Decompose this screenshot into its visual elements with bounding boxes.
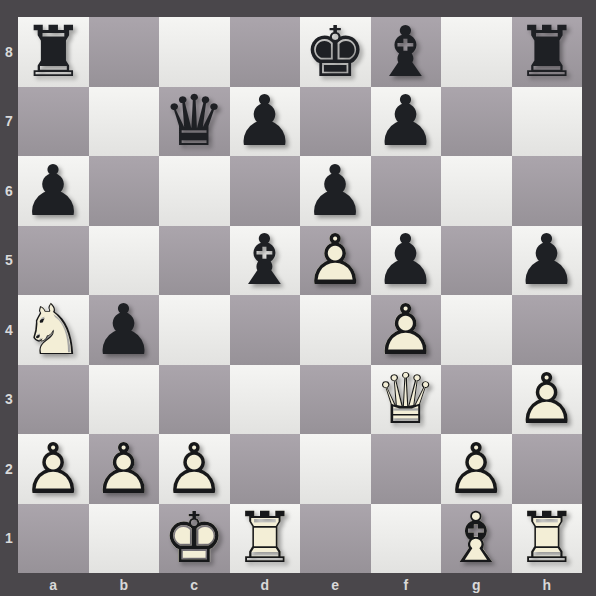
square-d5[interactable]: ♝ (230, 226, 301, 296)
square-c1[interactable]: ♚♔ (159, 504, 230, 574)
rank-label-6: 6 (0, 156, 18, 226)
square-c2[interactable]: ♟♙ (159, 434, 230, 504)
square-e7[interactable] (300, 87, 371, 157)
square-g1[interactable]: ♝♗ (441, 504, 512, 574)
white-pawn-outline-icon: ♙ (159, 434, 230, 504)
black-pawn-icon: ♟ (230, 87, 301, 157)
white-pawn-outline-icon: ♙ (512, 365, 583, 435)
square-h8[interactable]: ♜ (512, 17, 583, 87)
square-f7[interactable]: ♟ (371, 87, 442, 157)
square-c4[interactable] (159, 295, 230, 365)
square-g7[interactable] (441, 87, 512, 157)
black-pawn-icon: ♟ (18, 156, 89, 226)
white-king-outline-icon: ♔ (159, 504, 230, 574)
white-pawn[interactable]: ♟♙ (300, 226, 371, 296)
rank-labels: 87654321 (0, 17, 18, 573)
square-f5[interactable]: ♟ (371, 226, 442, 296)
black-bishop-icon: ♝ (371, 17, 442, 87)
square-a2[interactable]: ♟♙ (18, 434, 89, 504)
white-pawn-outline-icon: ♙ (300, 226, 371, 296)
square-b7[interactable] (89, 87, 160, 157)
rank-label-4: 4 (0, 295, 18, 365)
white-knight[interactable]: ♞♘ (18, 295, 89, 365)
black-pawn[interactable]: ♟ (18, 156, 89, 226)
square-a1[interactable] (18, 504, 89, 574)
rank-label-8: 8 (0, 17, 18, 87)
square-h4[interactable] (512, 295, 583, 365)
square-e5[interactable]: ♟♙ (300, 226, 371, 296)
square-g2[interactable]: ♟♙ (441, 434, 512, 504)
file-labels: abcdefgh (18, 573, 582, 596)
square-h5[interactable]: ♟ (512, 226, 583, 296)
black-rook[interactable]: ♜ (18, 17, 89, 87)
square-c7[interactable]: ♛ (159, 87, 230, 157)
rank-label-2: 2 (0, 434, 18, 504)
square-d8[interactable] (230, 17, 301, 87)
black-pawn[interactable]: ♟ (371, 87, 442, 157)
white-pawn-outline-icon: ♙ (89, 434, 160, 504)
square-d2[interactable] (230, 434, 301, 504)
square-c5[interactable] (159, 226, 230, 296)
white-rook-outline-icon: ♖ (512, 504, 583, 574)
square-b8[interactable] (89, 17, 160, 87)
square-c3[interactable] (159, 365, 230, 435)
square-d7[interactable]: ♟ (230, 87, 301, 157)
file-label-h: h (512, 573, 583, 596)
square-c6[interactable] (159, 156, 230, 226)
white-rook-outline-icon: ♖ (230, 504, 301, 574)
black-pawn[interactable]: ♟ (230, 87, 301, 157)
square-e6[interactable]: ♟ (300, 156, 371, 226)
black-pawn[interactable]: ♟ (300, 156, 371, 226)
white-queen[interactable]: ♛♕ (371, 365, 442, 435)
square-g4[interactable] (441, 295, 512, 365)
black-bishop[interactable]: ♝ (371, 17, 442, 87)
file-label-e: e (300, 573, 371, 596)
file-label-d: d (230, 573, 301, 596)
square-e8[interactable]: ♚ (300, 17, 371, 87)
white-king[interactable]: ♚♔ (159, 504, 230, 574)
square-h1[interactable]: ♜♖ (512, 504, 583, 574)
square-e4[interactable] (300, 295, 371, 365)
black-pawn-icon: ♟ (371, 226, 442, 296)
square-b3[interactable] (89, 365, 160, 435)
file-label-g: g (441, 573, 512, 596)
square-f6[interactable] (371, 156, 442, 226)
square-a5[interactable] (18, 226, 89, 296)
black-pawn-icon: ♟ (300, 156, 371, 226)
white-pawn[interactable]: ♟♙ (512, 365, 583, 435)
white-pawn-outline-icon: ♙ (371, 295, 442, 365)
black-rook[interactable]: ♜ (512, 17, 583, 87)
white-queen-outline-icon: ♕ (371, 365, 442, 435)
square-f3[interactable]: ♛♕ (371, 365, 442, 435)
square-a3[interactable] (18, 365, 89, 435)
square-c8[interactable] (159, 17, 230, 87)
black-rook-icon: ♜ (18, 17, 89, 87)
square-d3[interactable] (230, 365, 301, 435)
rank-label-3: 3 (0, 365, 18, 435)
square-h2[interactable] (512, 434, 583, 504)
file-label-f: f (371, 573, 442, 596)
black-pawn[interactable]: ♟ (89, 295, 160, 365)
white-bishop[interactable]: ♝♗ (441, 504, 512, 574)
black-king-icon: ♚ (300, 17, 371, 87)
rank-label-7: 7 (0, 87, 18, 157)
square-g8[interactable] (441, 17, 512, 87)
file-label-c: c (159, 573, 230, 596)
square-f2[interactable] (371, 434, 442, 504)
white-pawn[interactable]: ♟♙ (441, 434, 512, 504)
white-rook[interactable]: ♜♖ (512, 504, 583, 574)
square-f4[interactable]: ♟♙ (371, 295, 442, 365)
white-pawn-outline-icon: ♙ (18, 434, 89, 504)
square-g3[interactable] (441, 365, 512, 435)
black-bishop[interactable]: ♝ (230, 226, 301, 296)
white-pawn[interactable]: ♟♙ (371, 295, 442, 365)
file-label-b: b (89, 573, 160, 596)
square-g6[interactable] (441, 156, 512, 226)
black-pawn-icon: ♟ (89, 295, 160, 365)
square-h3[interactable]: ♟♙ (512, 365, 583, 435)
square-b2[interactable]: ♟♙ (89, 434, 160, 504)
square-a7[interactable] (18, 87, 89, 157)
square-h6[interactable] (512, 156, 583, 226)
square-e1[interactable] (300, 504, 371, 574)
file-label-a: a (18, 573, 89, 596)
square-a8[interactable]: ♜ (18, 17, 89, 87)
square-b6[interactable] (89, 156, 160, 226)
white-bishop-outline-icon: ♗ (441, 504, 512, 574)
square-e3[interactable] (300, 365, 371, 435)
black-king[interactable]: ♚ (300, 17, 371, 87)
square-b4[interactable]: ♟ (89, 295, 160, 365)
black-pawn-icon: ♟ (371, 87, 442, 157)
square-a6[interactable]: ♟ (18, 156, 89, 226)
square-f8[interactable]: ♝ (371, 17, 442, 87)
square-b5[interactable] (89, 226, 160, 296)
square-d4[interactable] (230, 295, 301, 365)
black-pawn-icon: ♟ (512, 226, 583, 296)
white-pawn[interactable]: ♟♙ (89, 434, 160, 504)
square-f1[interactable] (371, 504, 442, 574)
square-d6[interactable] (230, 156, 301, 226)
black-rook-icon: ♜ (512, 17, 583, 87)
black-pawn[interactable]: ♟ (512, 226, 583, 296)
square-g5[interactable] (441, 226, 512, 296)
white-rook[interactable]: ♜♖ (230, 504, 301, 574)
rank-label-1: 1 (0, 504, 18, 574)
chess-board: ♜♚♝♜♛♟♟♟♟♝♟♙♟♟♞♘♟♟♙♛♕♟♙♟♙♟♙♟♙♟♙♚♔♜♖♝♗♜♖ (18, 17, 582, 573)
white-knight-outline-icon: ♘ (18, 295, 89, 365)
black-bishop-icon: ♝ (230, 226, 301, 296)
chess-board-frame: 87654321 ♜♚♝♜♛♟♟♟♟♝♟♙♟♟♞♘♟♟♙♛♕♟♙♟♙♟♙♟♙♟♙… (0, 0, 596, 596)
square-d1[interactable]: ♜♖ (230, 504, 301, 574)
white-pawn[interactable]: ♟♙ (18, 434, 89, 504)
white-pawn-outline-icon: ♙ (441, 434, 512, 504)
square-a4[interactable]: ♞♘ (18, 295, 89, 365)
square-b1[interactable] (89, 504, 160, 574)
square-e2[interactable] (300, 434, 371, 504)
white-pawn[interactable]: ♟♙ (159, 434, 230, 504)
rank-label-5: 5 (0, 226, 18, 296)
black-queen-icon: ♛ (159, 87, 230, 157)
black-queen[interactable]: ♛ (159, 87, 230, 157)
black-pawn[interactable]: ♟ (371, 226, 442, 296)
square-h7[interactable] (512, 87, 583, 157)
